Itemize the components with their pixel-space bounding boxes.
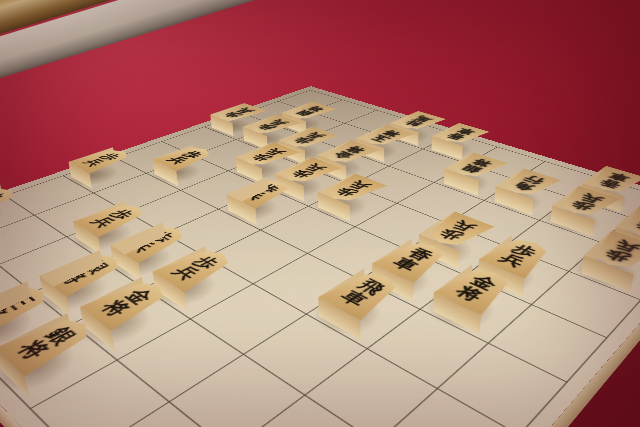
shogi-photo-scene: 桂馬香車香車桂馬銀将玉将銀将角行歩兵歩兵歩兵歩兵歩兵金将歩兵歩兵歩兵歩兵歩兵歩兵… bbox=[0, 0, 640, 427]
perspective-scene: 桂馬香車香車桂馬銀将玉将銀将角行歩兵歩兵歩兵歩兵歩兵金将歩兵歩兵歩兵歩兵歩兵歩兵… bbox=[0, 0, 640, 427]
kanji-glyph: 兵 bbox=[234, 107, 256, 115]
kanji-glyph: 兵 bbox=[81, 157, 107, 168]
shogi-board[interactable]: 桂馬香車香車桂馬銀将玉将銀将角行歩兵歩兵歩兵歩兵歩兵金将歩兵歩兵歩兵歩兵歩兵歩兵… bbox=[0, 86, 640, 427]
kanji-glyph: 将 bbox=[14, 336, 55, 362]
